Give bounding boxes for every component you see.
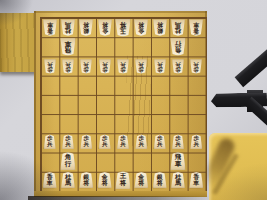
piece-kanji: 将 <box>157 180 163 186</box>
shogi-piece-歩[interactable]: 歩兵 <box>172 135 184 150</box>
board-cast-shadow <box>28 196 210 200</box>
board-cell[interactable] <box>187 37 205 56</box>
board-cell[interactable] <box>59 75 77 94</box>
piece-stand-komadai <box>209 133 267 200</box>
board-cell[interactable] <box>95 75 113 94</box>
piece-kanji: 将 <box>120 21 127 28</box>
piece-kanji: 兵 <box>102 61 108 67</box>
piece-kanji: 車 <box>175 161 182 168</box>
shogi-piece-金[interactable]: 金将 <box>134 172 148 189</box>
piece-kanji: 兵 <box>139 61 145 67</box>
shogi-piece-玉[interactable]: 玉将 <box>115 19 131 37</box>
shogi-piece-歩[interactable]: 歩兵 <box>80 135 92 150</box>
shogi-piece-香[interactable]: 香車 <box>189 172 203 189</box>
shogi-piece-金[interactable]: 金将 <box>98 172 112 189</box>
shogi-piece-歩[interactable]: 歩兵 <box>62 135 74 150</box>
board-cell[interactable] <box>169 75 187 94</box>
shogi-piece-歩[interactable]: 歩兵 <box>99 135 111 150</box>
piece-kanji: 馬 <box>65 180 71 186</box>
board-cell[interactable] <box>187 75 205 94</box>
shogi-piece-歩[interactable]: 歩兵 <box>117 59 129 74</box>
piece-kanji: 将 <box>102 22 108 28</box>
shogi-scene: 香車桂馬銀将金将玉将金将銀将桂馬香車飛車角行歩兵歩兵歩兵歩兵歩兵歩兵歩兵歩兵歩兵… <box>0 0 267 200</box>
board-cell[interactable] <box>59 94 77 113</box>
piece-kanji: 兵 <box>120 61 126 67</box>
piece-kanji: 将 <box>138 22 144 28</box>
board-cell[interactable] <box>187 94 205 113</box>
piece-kanji: 兵 <box>139 142 145 148</box>
board-cell[interactable] <box>114 37 132 56</box>
board-cell[interactable] <box>77 75 95 94</box>
shogi-piece-歩[interactable]: 歩兵 <box>44 135 56 150</box>
board-cell[interactable] <box>114 152 132 171</box>
shogi-piece-飛[interactable]: 飛車 <box>170 152 186 170</box>
shogi-piece-桂[interactable]: 桂馬 <box>171 20 185 37</box>
shogi-piece-桂[interactable]: 桂馬 <box>61 172 75 189</box>
piece-kanji: 兵 <box>120 142 126 148</box>
board-cell[interactable] <box>150 75 168 94</box>
board-cell[interactable] <box>187 114 205 133</box>
piece-kanji: 車 <box>193 180 199 186</box>
piece-kanji: 兵 <box>65 142 71 148</box>
piece-kanji: 兵 <box>175 61 181 67</box>
piece-kanji: 将 <box>83 180 89 186</box>
board-cell[interactable] <box>77 114 95 133</box>
piece-kanji: 角 <box>175 47 182 54</box>
shogi-piece-香[interactable]: 香車 <box>43 172 57 189</box>
shogi-piece-王[interactable]: 王将 <box>115 171 131 189</box>
piece-kanji: 馬 <box>65 22 71 28</box>
board-cell[interactable] <box>59 114 77 133</box>
piece-kanji: 車 <box>193 22 199 28</box>
piece-kanji: 行 <box>175 41 182 48</box>
board-cell[interactable] <box>132 37 150 56</box>
board-cell[interactable] <box>95 114 113 133</box>
piece-kanji: 兵 <box>157 142 163 148</box>
piece-kanji: 兵 <box>175 142 181 148</box>
board-cell[interactable] <box>41 152 59 171</box>
piece-kanji: 兵 <box>102 142 108 148</box>
board-cell[interactable] <box>132 152 150 171</box>
board-cell[interactable] <box>150 152 168 171</box>
board-cell[interactable] <box>132 94 150 113</box>
shogi-board: 香車桂馬銀将金将玉将金将銀将桂馬香車飛車角行歩兵歩兵歩兵歩兵歩兵歩兵歩兵歩兵歩兵… <box>34 11 207 197</box>
shogi-piece-飛[interactable]: 飛車 <box>60 38 76 56</box>
shogi-piece-銀[interactable]: 銀将 <box>153 172 167 189</box>
shogi-piece-歩[interactable]: 歩兵 <box>135 135 147 150</box>
shogi-piece-歩[interactable]: 歩兵 <box>62 59 74 74</box>
shogi-piece-桂[interactable]: 桂馬 <box>171 172 185 189</box>
piece-kanji: 兵 <box>84 61 90 67</box>
board-cell[interactable] <box>95 37 113 56</box>
piece-kanji: 兵 <box>47 61 53 67</box>
board-cell[interactable] <box>150 94 168 113</box>
piece-kanji: 兵 <box>47 142 53 148</box>
shogi-piece-桂[interactable]: 桂馬 <box>61 20 75 37</box>
piece-kanji: 将 <box>157 22 163 28</box>
piece-kanji: 兵 <box>65 61 71 67</box>
shogi-piece-歩[interactable]: 歩兵 <box>172 59 184 74</box>
piece-kanji: 兵 <box>157 61 163 67</box>
board-cell[interactable] <box>95 94 113 113</box>
board-cell[interactable] <box>187 152 205 171</box>
piece-kanji: 車 <box>65 41 72 48</box>
piece-kanji: 将 <box>102 180 108 186</box>
shogi-piece-歩[interactable]: 歩兵 <box>190 135 202 150</box>
board-cell[interactable] <box>150 114 168 133</box>
piece-kanji: 将 <box>83 22 89 28</box>
shogi-piece-歩[interactable]: 歩兵 <box>117 135 129 150</box>
board-cell[interactable] <box>41 94 59 113</box>
board-cell[interactable] <box>169 94 187 113</box>
shogi-piece-角[interactable]: 角行 <box>60 152 76 170</box>
board-cell[interactable] <box>169 114 187 133</box>
piece-kanji: 車 <box>47 22 53 28</box>
piece-kanji: 馬 <box>175 180 181 186</box>
board-cell[interactable] <box>77 94 95 113</box>
piece-kanji: 行 <box>65 161 72 168</box>
shogi-piece-歩[interactable]: 歩兵 <box>154 135 166 150</box>
left-folded-board-slab <box>0 13 37 72</box>
board-cell[interactable] <box>114 114 132 133</box>
board-cell[interactable] <box>150 37 168 56</box>
tripod-leg-upper <box>235 46 267 87</box>
piece-kanji: 馬 <box>175 22 181 28</box>
piece-kanji: 将 <box>120 180 127 187</box>
board-cell[interactable] <box>114 75 132 94</box>
board-cell[interactable] <box>77 37 95 56</box>
board-cell[interactable] <box>41 75 59 94</box>
shogi-piece-銀[interactable]: 銀将 <box>79 172 93 189</box>
piece-kanji: 兵 <box>194 142 200 148</box>
board-cell[interactable] <box>95 152 113 171</box>
piece-kanji: 玉 <box>120 28 127 35</box>
piece-kanji: 兵 <box>84 142 90 148</box>
piece-kanji: 飛 <box>65 47 72 54</box>
board-cell[interactable] <box>114 94 132 113</box>
board-cell[interactable] <box>77 152 95 171</box>
board-cell[interactable] <box>41 114 59 133</box>
board-cell[interactable] <box>132 75 150 94</box>
piece-kanji: 車 <box>47 180 53 186</box>
piece-kanji: 将 <box>138 180 144 186</box>
board-cell[interactable] <box>41 37 59 56</box>
piece-kanji: 兵 <box>194 61 200 67</box>
shogi-piece-角[interactable]: 角行 <box>170 38 186 56</box>
board-cell[interactable] <box>132 114 150 133</box>
board-grid: 香車桂馬銀将金将玉将金将銀将桂馬香車飛車角行歩兵歩兵歩兵歩兵歩兵歩兵歩兵歩兵歩兵… <box>40 17 207 192</box>
